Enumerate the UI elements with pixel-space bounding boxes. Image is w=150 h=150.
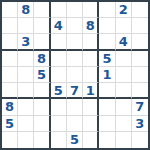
cell-r3c3[interactable] <box>34 34 50 50</box>
cell-r8c6[interactable] <box>83 116 99 132</box>
cell-r6c9[interactable] <box>132 83 148 99</box>
cell-r9c4[interactable] <box>51 132 67 148</box>
cell-r6c8[interactable] <box>116 83 132 99</box>
cell-r2c1[interactable] <box>2 18 18 34</box>
cell-r2c3[interactable] <box>34 18 50 34</box>
cell-r6c5-given-digit[interactable]: 7 <box>67 83 83 99</box>
cell-r1c9[interactable] <box>132 2 148 18</box>
cell-r9c2[interactable] <box>18 132 34 148</box>
cell-r8c8[interactable] <box>116 116 132 132</box>
cell-r4c7-given-digit[interactable]: 5 <box>99 51 115 67</box>
cell-r8c1-given-digit[interactable]: 5 <box>2 116 18 132</box>
cell-r3c7[interactable] <box>99 34 115 50</box>
cell-r6c7[interactable] <box>99 83 115 99</box>
cell-r8c5[interactable] <box>67 116 83 132</box>
cell-r4c8[interactable] <box>116 51 132 67</box>
cell-r5c2[interactable] <box>18 67 34 83</box>
cell-r5c3-given-digit[interactable]: 5 <box>34 67 50 83</box>
cell-r5c9[interactable] <box>132 67 148 83</box>
cell-r1c6[interactable] <box>83 2 99 18</box>
cell-r6c3[interactable] <box>34 83 50 99</box>
cell-r6c6-given-digit[interactable]: 1 <box>83 83 99 99</box>
cell-r7c3[interactable] <box>34 99 50 115</box>
cell-r4c1[interactable] <box>2 51 18 67</box>
cell-r4c3-given-digit[interactable]: 8 <box>34 51 50 67</box>
cell-r5c6[interactable] <box>83 67 99 83</box>
cell-r3c1[interactable] <box>2 34 18 50</box>
cell-r7c9-given-digit[interactable]: 7 <box>132 99 148 115</box>
sudoku-board: 824834855157187535 <box>0 0 150 150</box>
cell-r2c5[interactable] <box>67 18 83 34</box>
cell-r7c4[interactable] <box>51 99 67 115</box>
cell-r5c1[interactable] <box>2 67 18 83</box>
cell-r8c4[interactable] <box>51 116 67 132</box>
cell-r2c9[interactable] <box>132 18 148 34</box>
cell-r3c4[interactable] <box>51 34 67 50</box>
cell-r1c3[interactable] <box>34 2 50 18</box>
cell-r6c2[interactable] <box>18 83 34 99</box>
cell-r2c2[interactable] <box>18 18 34 34</box>
cell-r1c7[interactable] <box>99 2 115 18</box>
cell-r3c8-given-digit[interactable]: 4 <box>116 34 132 50</box>
cell-r9c6[interactable] <box>83 132 99 148</box>
cell-r5c4[interactable] <box>51 67 67 83</box>
cell-r7c8[interactable] <box>116 99 132 115</box>
cell-r4c5[interactable] <box>67 51 83 67</box>
cell-r5c8[interactable] <box>116 67 132 83</box>
cell-r7c2[interactable] <box>18 99 34 115</box>
cell-r9c5-given-digit[interactable]: 5 <box>67 132 83 148</box>
cell-r2c6-given-digit[interactable]: 8 <box>83 18 99 34</box>
cell-r2c8[interactable] <box>116 18 132 34</box>
cell-r7c7[interactable] <box>99 99 115 115</box>
cell-r5c7-given-digit[interactable]: 1 <box>99 67 115 83</box>
cell-r9c8[interactable] <box>116 132 132 148</box>
cell-r6c4-given-digit[interactable]: 5 <box>51 83 67 99</box>
cell-r9c3[interactable] <box>34 132 50 148</box>
cell-r9c7[interactable] <box>99 132 115 148</box>
cell-r8c7[interactable] <box>99 116 115 132</box>
cell-r3c2-given-digit[interactable]: 3 <box>18 34 34 50</box>
cell-r1c5[interactable] <box>67 2 83 18</box>
cell-r4c2[interactable] <box>18 51 34 67</box>
cell-r4c4[interactable] <box>51 51 67 67</box>
cell-r1c1[interactable] <box>2 2 18 18</box>
cell-r2c4-given-digit[interactable]: 4 <box>51 18 67 34</box>
cell-r8c3[interactable] <box>34 116 50 132</box>
cell-r6c1[interactable] <box>2 83 18 99</box>
cell-r1c8-given-digit[interactable]: 2 <box>116 2 132 18</box>
cell-r8c9-given-digit[interactable]: 3 <box>132 116 148 132</box>
cell-r1c2-given-digit[interactable]: 8 <box>18 2 34 18</box>
cell-r4c6[interactable] <box>83 51 99 67</box>
cell-r7c1-given-digit[interactable]: 8 <box>2 99 18 115</box>
cell-r8c2[interactable] <box>18 116 34 132</box>
cell-r3c9[interactable] <box>132 34 148 50</box>
cell-r7c6[interactable] <box>83 99 99 115</box>
cell-r4c9[interactable] <box>132 51 148 67</box>
cell-r9c1[interactable] <box>2 132 18 148</box>
cell-r1c4[interactable] <box>51 2 67 18</box>
cell-r9c9[interactable] <box>132 132 148 148</box>
cell-r3c6[interactable] <box>83 34 99 50</box>
cell-r5c5[interactable] <box>67 67 83 83</box>
cell-r2c7[interactable] <box>99 18 115 34</box>
cell-r7c5[interactable] <box>67 99 83 115</box>
cell-r3c5[interactable] <box>67 34 83 50</box>
